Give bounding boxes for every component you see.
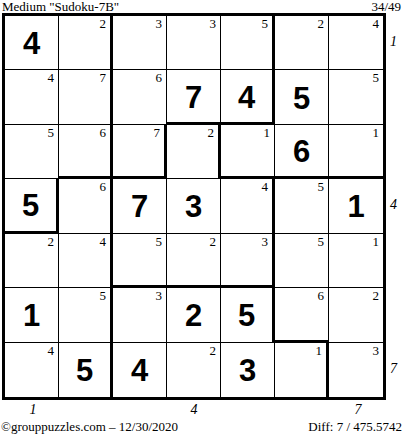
cell-r6c3[interactable]: 3 — [113, 288, 167, 342]
sudoku-board: 4233524476745556721615673451245235115325… — [2, 13, 386, 400]
cell-r1c2[interactable]: 2 — [59, 16, 113, 70]
cell-r7c5[interactable]: 3 — [221, 343, 275, 397]
cell-r2c3[interactable]: 6 — [113, 70, 167, 124]
pencil-mark: 5 — [318, 179, 325, 194]
cell-r4c2[interactable]: 6 — [59, 179, 113, 233]
pencil-mark: 5 — [100, 288, 107, 303]
cell-r3c4[interactable]: 2 — [167, 125, 221, 179]
cell-r6c7[interactable]: 2 — [329, 288, 383, 342]
given-digit: 4 — [131, 353, 148, 386]
pencil-mark: 4 — [48, 70, 55, 85]
pencil-mark: 2 — [210, 343, 217, 358]
given-digit: 6 — [293, 134, 310, 167]
cell-r5c4[interactable]: 2 — [167, 234, 221, 288]
pencil-mark: 6 — [318, 288, 325, 303]
pencil-mark: 6 — [100, 179, 107, 194]
pencil-mark: 5 — [48, 125, 55, 140]
pencil-mark: 1 — [264, 125, 271, 140]
cell-r4c6[interactable]: 5 — [275, 179, 329, 233]
given-digit: 1 — [23, 298, 40, 331]
cell-r6c4[interactable]: 2 — [167, 288, 221, 342]
cell-r3c2[interactable]: 6 — [59, 125, 113, 179]
cell-r2c7[interactable]: 5 — [329, 70, 383, 124]
cell-r5c1[interactable]: 2 — [5, 234, 59, 288]
pencil-mark: 1 — [316, 343, 323, 358]
row-label-7: 7 — [390, 361, 402, 377]
pencil-mark: 2 — [48, 234, 55, 249]
pencil-mark: 6 — [100, 125, 107, 140]
pencil-mark: 2 — [318, 16, 325, 31]
col-label-1: 1 — [30, 402, 37, 418]
cell-r1c6[interactable]: 2 — [275, 16, 329, 70]
cell-r2c4[interactable]: 7 — [167, 70, 221, 124]
cell-r6c5[interactable]: 5 — [221, 288, 275, 342]
cell-r4c5[interactable]: 4 — [221, 179, 275, 233]
pencil-mark: 5 — [156, 234, 163, 249]
cell-r5c7[interactable]: 1 — [329, 234, 383, 288]
cell-r2c2[interactable]: 7 — [59, 70, 113, 124]
given-digit: 5 — [293, 81, 310, 114]
row-label-4: 4 — [390, 197, 402, 213]
cell-r4c3[interactable]: 7 — [113, 179, 167, 233]
cell-r6c2[interactable]: 5 — [59, 288, 113, 342]
given-digit: 3 — [239, 353, 256, 386]
given-digit: 7 — [131, 189, 148, 222]
cell-r5c2[interactable]: 4 — [59, 234, 113, 288]
cell-r7c6[interactable]: 1 — [275, 343, 329, 397]
cell-r4c7[interactable]: 1 — [329, 179, 383, 233]
given-digit: 5 — [22, 188, 39, 221]
given-digit: 5 — [238, 298, 255, 331]
pencil-mark: 4 — [373, 16, 380, 31]
cell-r1c1[interactable]: 4 — [5, 16, 59, 70]
cell-r6c6[interactable]: 6 — [275, 288, 329, 342]
cell-r1c5[interactable]: 5 — [221, 16, 275, 70]
given-digit: 1 — [347, 189, 364, 222]
cell-r5c3[interactable]: 5 — [113, 234, 167, 288]
pencil-mark: 3 — [373, 343, 380, 358]
row-label-1: 1 — [390, 34, 402, 50]
cell-r4c4[interactable]: 3 — [167, 179, 221, 233]
col-label-4: 4 — [191, 402, 198, 418]
cell-r3c6[interactable]: 6 — [275, 125, 329, 179]
pencil-mark: 5 — [318, 234, 325, 249]
given-digit: 2 — [185, 298, 202, 331]
cell-r1c3[interactable]: 3 — [113, 16, 167, 70]
cell-r2c6[interactable]: 5 — [275, 70, 329, 124]
cell-r7c3[interactable]: 4 — [113, 343, 167, 397]
pencil-mark: 2 — [373, 288, 380, 303]
pencil-mark: 4 — [48, 343, 55, 358]
pencil-mark: 5 — [373, 70, 380, 85]
cell-r7c2[interactable]: 5 — [59, 343, 113, 397]
cell-r7c7[interactable]: 3 — [329, 343, 383, 397]
pencil-mark: 4 — [100, 234, 107, 249]
pencil-mark: 2 — [208, 125, 215, 140]
cell-r5c5[interactable]: 3 — [221, 234, 275, 288]
cell-r3c5[interactable]: 1 — [221, 125, 275, 179]
col-label-7: 7 — [355, 402, 362, 418]
given-digit: 4 — [238, 80, 255, 113]
pencil-mark: 2 — [100, 16, 107, 31]
pencil-mark: 3 — [262, 234, 269, 249]
pencil-mark: 6 — [156, 70, 163, 85]
copyright-text: ©grouppuzzles.com – 12/30/2020 — [1, 419, 178, 435]
cell-r7c4[interactable]: 2 — [167, 343, 221, 397]
cell-r5c6[interactable]: 5 — [275, 234, 329, 288]
given-digit: 4 — [23, 26, 40, 59]
pencil-mark: 3 — [210, 16, 217, 31]
cell-r3c3[interactable]: 7 — [113, 125, 167, 179]
cell-r4c1[interactable]: 5 — [5, 179, 59, 233]
pencil-mark: 3 — [156, 288, 163, 303]
pencil-mark: 7 — [100, 70, 107, 85]
cell-r7c1[interactable]: 4 — [5, 343, 59, 397]
pencil-mark: 1 — [373, 234, 380, 249]
given-digit: 3 — [185, 189, 202, 222]
difficulty-text: Diff: 7 / 475.5742 — [308, 419, 402, 435]
pencil-mark: 7 — [154, 125, 161, 140]
cell-r2c5[interactable]: 4 — [221, 70, 275, 124]
given-digit: 5 — [76, 353, 93, 386]
cell-r3c7[interactable]: 1 — [329, 125, 383, 179]
cell-r2c1[interactable]: 4 — [5, 70, 59, 124]
pencil-mark: 5 — [262, 16, 269, 31]
pencil-mark: 2 — [210, 234, 217, 249]
pencil-mark: 3 — [156, 16, 163, 31]
cell-r3c1[interactable]: 5 — [5, 125, 59, 179]
given-digit: 7 — [185, 80, 202, 113]
pencil-mark: 4 — [262, 179, 269, 194]
cell-r1c7[interactable]: 4 — [329, 16, 383, 70]
cell-r1c4[interactable]: 3 — [167, 16, 221, 70]
pencil-mark: 1 — [373, 125, 380, 140]
cell-r6c1[interactable]: 1 — [5, 288, 59, 342]
